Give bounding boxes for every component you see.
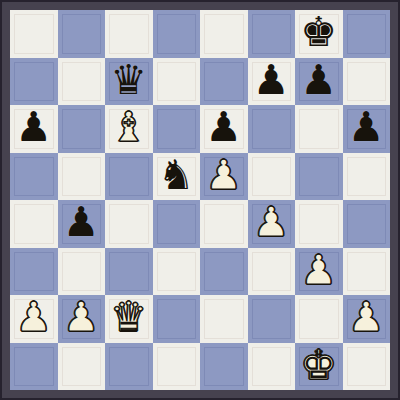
square-d3[interactable]	[153, 248, 201, 296]
square-f1[interactable]	[248, 343, 296, 391]
square-e5[interactable]: ♟	[200, 153, 248, 201]
square-c4[interactable]	[105, 200, 153, 248]
black-queen-c7: ♛	[110, 60, 147, 101]
white-pawn-e5: ♟	[205, 155, 242, 196]
black-knight-d5: ♞	[158, 155, 195, 196]
square-f5[interactable]	[248, 153, 296, 201]
square-e3[interactable]	[200, 248, 248, 296]
square-c1[interactable]	[105, 343, 153, 391]
black-king-g8: ♚	[300, 12, 337, 53]
black-pawn-e6: ♟	[205, 107, 242, 148]
white-pawn-b2: ♟	[63, 297, 100, 338]
square-h3[interactable]	[343, 248, 391, 296]
square-a6[interactable]: ♟	[10, 105, 58, 153]
square-a8[interactable]	[10, 10, 58, 58]
white-pawn-h2: ♟	[348, 297, 385, 338]
square-h1[interactable]	[343, 343, 391, 391]
square-c7[interactable]: ♛	[105, 58, 153, 106]
square-f7[interactable]: ♟	[248, 58, 296, 106]
square-c6[interactable]: ♝	[105, 105, 153, 153]
square-g3[interactable]: ♟	[295, 248, 343, 296]
square-a3[interactable]	[10, 248, 58, 296]
white-pawn-f4: ♟	[253, 202, 290, 243]
white-queen-c2: ♛	[110, 297, 147, 338]
square-f2[interactable]	[248, 295, 296, 343]
black-pawn-g7: ♟	[300, 60, 337, 101]
square-f4[interactable]: ♟	[248, 200, 296, 248]
square-d5[interactable]: ♞	[153, 153, 201, 201]
square-b4[interactable]: ♟	[58, 200, 106, 248]
square-b8[interactable]	[58, 10, 106, 58]
square-e4[interactable]	[200, 200, 248, 248]
square-b1[interactable]	[58, 343, 106, 391]
white-pawn-g3: ♟	[300, 250, 337, 291]
white-king-g1: ♚	[300, 345, 337, 386]
square-c5[interactable]	[105, 153, 153, 201]
white-pawn-a2: ♟	[15, 297, 52, 338]
black-pawn-h6: ♟	[348, 107, 385, 148]
square-g5[interactable]	[295, 153, 343, 201]
square-e8[interactable]	[200, 10, 248, 58]
square-b6[interactable]	[58, 105, 106, 153]
square-g7[interactable]: ♟	[295, 58, 343, 106]
black-pawn-f7: ♟	[253, 60, 290, 101]
square-c3[interactable]	[105, 248, 153, 296]
square-g4[interactable]	[295, 200, 343, 248]
square-f6[interactable]	[248, 105, 296, 153]
square-h5[interactable]	[343, 153, 391, 201]
square-h8[interactable]	[343, 10, 391, 58]
square-d6[interactable]	[153, 105, 201, 153]
square-f8[interactable]	[248, 10, 296, 58]
square-d2[interactable]	[153, 295, 201, 343]
square-d1[interactable]	[153, 343, 201, 391]
square-g1[interactable]: ♚	[295, 343, 343, 391]
square-h4[interactable]	[343, 200, 391, 248]
square-d4[interactable]	[153, 200, 201, 248]
square-c2[interactable]: ♛	[105, 295, 153, 343]
square-a7[interactable]	[10, 58, 58, 106]
square-a2[interactable]: ♟	[10, 295, 58, 343]
square-e7[interactable]	[200, 58, 248, 106]
square-b2[interactable]: ♟	[58, 295, 106, 343]
square-a1[interactable]	[10, 343, 58, 391]
square-g2[interactable]	[295, 295, 343, 343]
square-e2[interactable]	[200, 295, 248, 343]
square-f3[interactable]	[248, 248, 296, 296]
square-b5[interactable]	[58, 153, 106, 201]
white-bishop-c6: ♝	[110, 107, 147, 148]
square-e1[interactable]	[200, 343, 248, 391]
square-c8[interactable]	[105, 10, 153, 58]
square-b7[interactable]	[58, 58, 106, 106]
square-a5[interactable]	[10, 153, 58, 201]
square-a4[interactable]	[10, 200, 58, 248]
square-h2[interactable]: ♟	[343, 295, 391, 343]
black-pawn-a6: ♟	[15, 107, 52, 148]
square-d7[interactable]	[153, 58, 201, 106]
square-e6[interactable]: ♟	[200, 105, 248, 153]
chess-board: ♚♛♟♟♟♝♟♟♞♟♟♟♟♟♟♛♟♚	[10, 10, 390, 390]
square-h7[interactable]	[343, 58, 391, 106]
board-frame: ♚♛♟♟♟♝♟♟♞♟♟♟♟♟♟♛♟♚	[0, 0, 400, 400]
square-g6[interactable]	[295, 105, 343, 153]
square-b3[interactable]	[58, 248, 106, 296]
square-h6[interactable]: ♟	[343, 105, 391, 153]
square-d8[interactable]	[153, 10, 201, 58]
square-g8[interactable]: ♚	[295, 10, 343, 58]
black-pawn-b4: ♟	[63, 202, 100, 243]
